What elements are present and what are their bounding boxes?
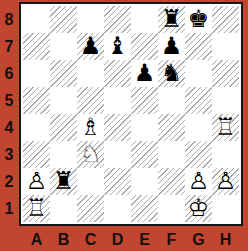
square-a5[interactable]	[23, 87, 50, 114]
square-d3[interactable]	[104, 141, 131, 168]
square-h2[interactable]: ♟♙	[212, 168, 239, 195]
white-king-piece[interactable]: ♚♔	[188, 195, 210, 222]
square-a1[interactable]: ♜♖	[23, 195, 50, 222]
piece-glyph: ♟	[80, 32, 102, 60]
black-rook-piece[interactable]: ♜	[161, 6, 183, 33]
black-bishop-piece[interactable]: ♝	[107, 33, 129, 60]
square-d5[interactable]	[104, 87, 131, 114]
square-e3[interactable]	[131, 141, 158, 168]
square-f6[interactable]: ♞	[158, 60, 185, 87]
square-b3[interactable]	[50, 141, 77, 168]
piece-glyph: ♗	[80, 113, 102, 141]
piece-glyph: ♞	[161, 59, 183, 87]
square-h3[interactable]	[212, 141, 239, 168]
file-label-c: C	[77, 229, 104, 251]
square-h5[interactable]	[212, 87, 239, 114]
square-c2[interactable]	[77, 168, 104, 195]
square-e4[interactable]	[131, 114, 158, 141]
square-d2[interactable]	[104, 168, 131, 195]
square-b4[interactable]	[50, 114, 77, 141]
square-a4[interactable]	[23, 114, 50, 141]
chess-diagram: { "game": "chess", "position": { "fen": …	[0, 0, 248, 251]
chess-board: ♜♚♟♝♟♟♞♝♗♜♖♞♘♟♙♜♟♙♟♙♜♖♚♔	[23, 6, 239, 222]
square-c1[interactable]	[77, 195, 104, 222]
piece-glyph: ♟	[134, 59, 156, 87]
square-f4[interactable]	[158, 114, 185, 141]
square-h6[interactable]	[212, 60, 239, 87]
black-knight-piece[interactable]: ♞	[161, 60, 183, 87]
square-g4[interactable]	[185, 114, 212, 141]
square-f5[interactable]	[158, 87, 185, 114]
black-pawn-piece[interactable]: ♟	[80, 33, 102, 60]
black-pawn-piece[interactable]: ♟	[134, 60, 156, 87]
square-g7[interactable]	[185, 33, 212, 60]
square-e8[interactable]	[131, 6, 158, 33]
square-e5[interactable]	[131, 87, 158, 114]
square-f1[interactable]	[158, 195, 185, 222]
square-e6[interactable]: ♟	[131, 60, 158, 87]
square-a3[interactable]	[23, 141, 50, 168]
rank-label-7: 7	[0, 33, 18, 60]
rank-label-8: 8	[0, 6, 18, 33]
square-a7[interactable]	[23, 33, 50, 60]
square-g2[interactable]: ♟♙	[185, 168, 212, 195]
square-h4[interactable]: ♜♖	[212, 114, 239, 141]
file-label-f: F	[158, 229, 185, 251]
white-pawn-piece[interactable]: ♟♙	[215, 168, 237, 195]
rank-label-2: 2	[0, 168, 18, 195]
piece-glyph: ♖	[215, 113, 237, 141]
square-b7[interactable]	[50, 33, 77, 60]
rank-label-6: 6	[0, 60, 18, 87]
square-g3[interactable]	[185, 141, 212, 168]
square-b8[interactable]	[50, 6, 77, 33]
rank-label-3: 3	[0, 141, 18, 168]
square-b5[interactable]	[50, 87, 77, 114]
square-c4[interactable]: ♝♗	[77, 114, 104, 141]
square-a8[interactable]	[23, 6, 50, 33]
square-f8[interactable]: ♜	[158, 6, 185, 33]
piece-glyph: ♝	[107, 32, 129, 60]
square-e1[interactable]	[131, 195, 158, 222]
piece-glyph: ♙	[215, 167, 237, 195]
white-rook-piece[interactable]: ♜♖	[26, 195, 48, 222]
file-label-b: B	[50, 229, 77, 251]
file-label-d: D	[104, 229, 131, 251]
white-pawn-piece[interactable]: ♟♙	[26, 168, 48, 195]
square-h1[interactable]	[212, 195, 239, 222]
white-pawn-piece[interactable]: ♟♙	[188, 168, 210, 195]
black-king-piece[interactable]: ♚	[188, 6, 210, 33]
white-rook-piece[interactable]: ♜♖	[215, 114, 237, 141]
square-d8[interactable]	[104, 6, 131, 33]
square-g1[interactable]: ♚♔	[185, 195, 212, 222]
square-d1[interactable]	[104, 195, 131, 222]
square-c8[interactable]	[77, 6, 104, 33]
piece-glyph: ♟	[161, 32, 183, 60]
file-label-e: E	[131, 229, 158, 251]
square-a6[interactable]	[23, 60, 50, 87]
square-b1[interactable]	[50, 195, 77, 222]
piece-glyph: ♜	[53, 167, 75, 195]
piece-glyph: ♙	[26, 167, 48, 195]
piece-glyph: ♙	[188, 167, 210, 195]
square-h7[interactable]	[212, 33, 239, 60]
file-label-h: H	[212, 229, 239, 251]
square-e2[interactable]	[131, 168, 158, 195]
square-f3[interactable]	[158, 141, 185, 168]
piece-glyph: ♘	[80, 140, 102, 168]
square-d6[interactable]	[104, 60, 131, 87]
square-f7[interactable]: ♟	[158, 33, 185, 60]
square-d4[interactable]	[104, 114, 131, 141]
file-label-g: G	[185, 229, 212, 251]
square-c3[interactable]: ♞♘	[77, 141, 104, 168]
square-g5[interactable]	[185, 87, 212, 114]
square-g8[interactable]: ♚	[185, 6, 212, 33]
black-rook-piece[interactable]: ♜	[53, 168, 75, 195]
rank-label-1: 1	[0, 195, 18, 222]
chess-board-frame: ♜♚♟♝♟♟♞♝♗♜♖♞♘♟♙♜♟♙♟♙♜♖♚♔	[19, 2, 243, 226]
square-f2[interactable]	[158, 168, 185, 195]
piece-glyph: ♜	[161, 5, 183, 33]
square-c6[interactable]	[77, 60, 104, 87]
rank-label-4: 4	[0, 114, 18, 141]
piece-glyph: ♔	[188, 194, 210, 222]
square-g6[interactable]	[185, 60, 212, 87]
white-bishop-piece[interactable]: ♝♗	[80, 114, 102, 141]
square-c7[interactable]: ♟	[77, 33, 104, 60]
square-b2[interactable]: ♜	[50, 168, 77, 195]
square-c5[interactable]	[77, 87, 104, 114]
square-d7[interactable]: ♝	[104, 33, 131, 60]
piece-glyph: ♖	[26, 194, 48, 222]
square-h8[interactable]	[212, 6, 239, 33]
rank-label-5: 5	[0, 87, 18, 114]
square-a2[interactable]: ♟♙	[23, 168, 50, 195]
file-label-a: A	[23, 229, 50, 251]
piece-glyph: ♚	[188, 5, 210, 33]
square-e7[interactable]	[131, 33, 158, 60]
black-pawn-piece[interactable]: ♟	[161, 33, 183, 60]
white-knight-piece[interactable]: ♞♘	[80, 141, 102, 168]
square-b6[interactable]	[50, 60, 77, 87]
